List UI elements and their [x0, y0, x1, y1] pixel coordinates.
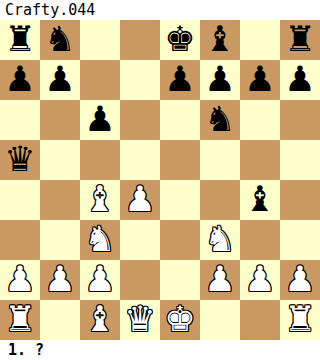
square-b6[interactable]: [40, 100, 80, 140]
piece-white-bishop: ♝: [84, 300, 115, 339]
square-g2[interactable]: ♟: [240, 260, 280, 300]
square-c7[interactable]: [80, 60, 120, 100]
square-g1[interactable]: [240, 300, 280, 340]
piece-white-pawn: ♟: [44, 260, 75, 299]
square-c2[interactable]: ♟: [80, 260, 120, 300]
piece-black-bishop: ♝: [244, 180, 275, 219]
piece-black-knight: ♞: [204, 100, 235, 139]
square-c3[interactable]: ♞: [80, 220, 120, 260]
square-f5[interactable]: [200, 140, 240, 180]
square-e6[interactable]: [160, 100, 200, 140]
square-e4[interactable]: [160, 180, 200, 220]
piece-white-king: ♚: [164, 300, 195, 339]
square-d8[interactable]: [120, 20, 160, 60]
square-f4[interactable]: [200, 180, 240, 220]
square-b8[interactable]: ♞: [40, 20, 80, 60]
piece-white-queen: ♛: [124, 300, 155, 339]
square-f8[interactable]: ♝: [200, 20, 240, 60]
square-g8[interactable]: [240, 20, 280, 60]
square-c1[interactable]: ♝: [80, 300, 120, 340]
piece-black-pawn: ♟: [44, 60, 75, 99]
piece-black-pawn: ♟: [84, 100, 115, 139]
piece-black-king: ♚: [164, 20, 195, 59]
square-e1[interactable]: ♚: [160, 300, 200, 340]
piece-white-pawn: ♟: [244, 260, 275, 299]
square-a8[interactable]: ♜: [0, 20, 40, 60]
piece-white-pawn: ♟: [84, 260, 115, 299]
piece-black-bishop: ♝: [204, 20, 235, 59]
piece-black-knight: ♞: [44, 20, 75, 59]
square-h3[interactable]: [280, 220, 320, 260]
square-h8[interactable]: ♜: [280, 20, 320, 60]
piece-black-pawn: ♟: [4, 60, 35, 99]
piece-white-knight: ♞: [204, 220, 235, 259]
square-f2[interactable]: ♟: [200, 260, 240, 300]
square-h7[interactable]: ♟: [280, 60, 320, 100]
square-g4[interactable]: ♝: [240, 180, 280, 220]
square-e8[interactable]: ♚: [160, 20, 200, 60]
square-b4[interactable]: [40, 180, 80, 220]
piece-black-rook: ♜: [4, 20, 35, 59]
square-a7[interactable]: ♟: [0, 60, 40, 100]
piece-white-pawn: ♟: [284, 260, 315, 299]
square-a4[interactable]: [0, 180, 40, 220]
square-c4[interactable]: ♝: [80, 180, 120, 220]
square-h5[interactable]: [280, 140, 320, 180]
square-g5[interactable]: [240, 140, 280, 180]
square-c8[interactable]: [80, 20, 120, 60]
square-h1[interactable]: ♜: [280, 300, 320, 340]
piece-white-pawn: ♟: [204, 260, 235, 299]
square-a2[interactable]: ♟: [0, 260, 40, 300]
piece-black-rook: ♜: [284, 20, 315, 59]
piece-black-pawn: ♟: [284, 60, 315, 99]
square-f1[interactable]: [200, 300, 240, 340]
square-f6[interactable]: ♞: [200, 100, 240, 140]
window-title: Crafty.044: [0, 0, 320, 20]
square-f7[interactable]: ♟: [200, 60, 240, 100]
piece-white-knight: ♞: [84, 220, 115, 259]
square-b3[interactable]: [40, 220, 80, 260]
piece-white-rook: ♜: [284, 300, 315, 339]
square-h6[interactable]: [280, 100, 320, 140]
square-a1[interactable]: ♜: [0, 300, 40, 340]
square-g7[interactable]: ♟: [240, 60, 280, 100]
piece-white-pawn: ♟: [124, 180, 155, 219]
piece-black-pawn: ♟: [244, 60, 275, 99]
square-d6[interactable]: [120, 100, 160, 140]
piece-black-pawn: ♟: [204, 60, 235, 99]
square-d1[interactable]: ♛: [120, 300, 160, 340]
square-c6[interactable]: ♟: [80, 100, 120, 140]
square-g3[interactable]: [240, 220, 280, 260]
piece-white-rook: ♜: [4, 300, 35, 339]
square-e3[interactable]: [160, 220, 200, 260]
square-b7[interactable]: ♟: [40, 60, 80, 100]
square-d4[interactable]: ♟: [120, 180, 160, 220]
square-e7[interactable]: ♟: [160, 60, 200, 100]
square-b2[interactable]: ♟: [40, 260, 80, 300]
square-d7[interactable]: [120, 60, 160, 100]
move-prompt: 1. ?: [0, 340, 320, 360]
square-f3[interactable]: ♞: [200, 220, 240, 260]
square-c5[interactable]: [80, 140, 120, 180]
piece-black-queen: ♛: [4, 140, 35, 179]
square-e5[interactable]: [160, 140, 200, 180]
piece-black-pawn: ♟: [164, 60, 195, 99]
square-b1[interactable]: [40, 300, 80, 340]
piece-white-bishop: ♝: [84, 180, 115, 219]
square-h2[interactable]: ♟: [280, 260, 320, 300]
square-d2[interactable]: [120, 260, 160, 300]
square-a3[interactable]: [0, 220, 40, 260]
square-a5[interactable]: ♛: [0, 140, 40, 180]
square-a6[interactable]: [0, 100, 40, 140]
crafty-window: Crafty.044 ♜♞♚♝♜♟♟♟♟♟♟♟♞♛♝♟♝♞♞♟♟♟♟♟♟♜♝♛♚…: [0, 0, 320, 360]
square-g6[interactable]: [240, 100, 280, 140]
chess-board: ♜♞♚♝♜♟♟♟♟♟♟♟♞♛♝♟♝♞♞♟♟♟♟♟♟♜♝♛♚♜: [0, 20, 320, 340]
square-e2[interactable]: [160, 260, 200, 300]
square-h4[interactable]: [280, 180, 320, 220]
square-d5[interactable]: [120, 140, 160, 180]
square-b5[interactable]: [40, 140, 80, 180]
square-d3[interactable]: [120, 220, 160, 260]
piece-white-pawn: ♟: [4, 260, 35, 299]
